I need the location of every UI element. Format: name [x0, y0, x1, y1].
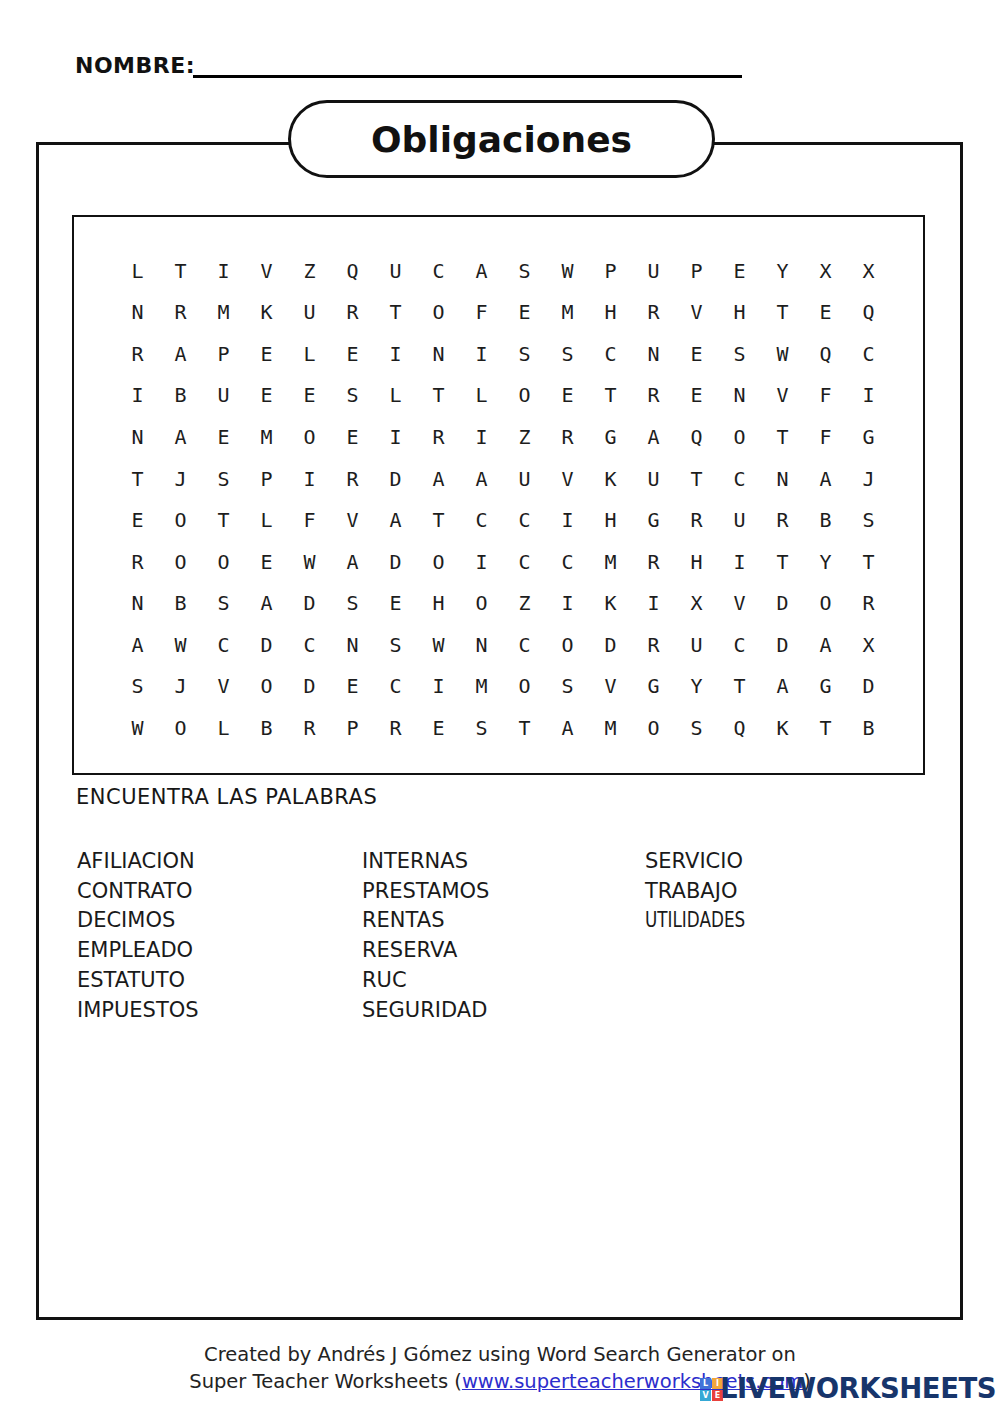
grid-cell-r11c16[interactable]: A — [761, 665, 804, 707]
word-column-2: INTERNASPRESTAMOSRENTASRESERVARUCSEGURID… — [362, 847, 489, 1025]
grid-cell-r10c17[interactable]: A — [804, 624, 847, 666]
grid-cell-r1c7[interactable]: U — [374, 250, 417, 292]
grid-cell-r9c1[interactable]: N — [116, 582, 159, 624]
grid-cell-r1c6[interactable]: Q — [331, 250, 374, 292]
grid-cell-r10c3[interactable]: C — [202, 624, 245, 666]
grid-cell-r10c5[interactable]: C — [288, 624, 331, 666]
grid-cell-r7c5[interactable]: F — [288, 499, 331, 541]
grid-cell-r2c9[interactable]: F — [460, 292, 503, 334]
grid-cell-r7c4[interactable]: L — [245, 499, 288, 541]
grid-cell-r9c7[interactable]: E — [374, 582, 417, 624]
grid-cell-r5c1[interactable]: N — [116, 416, 159, 458]
grid-cell-r11c9[interactable]: M — [460, 665, 503, 707]
grid-cell-r7c8[interactable]: T — [417, 499, 460, 541]
grid-cell-r3c3[interactable]: P — [202, 333, 245, 375]
grid-cell-r10c12[interactable]: D — [589, 624, 632, 666]
credits-line-1: Created by Andrés J Gómez using Word Sea… — [0, 1341, 1000, 1368]
grid-cell-r4c10[interactable]: O — [503, 375, 546, 417]
grid-cell-r7c6[interactable]: V — [331, 499, 374, 541]
grid-cell-r6c6[interactable]: R — [331, 458, 374, 500]
letter-grid: LTIVZQUCASWPUPEYXXNRMKURTOFEMHRVHTEQRAPE… — [116, 250, 890, 749]
grid-cell-r9c15[interactable]: V — [718, 582, 761, 624]
grid-cell-r9c11[interactable]: I — [546, 582, 589, 624]
grid-cell-r2c4[interactable]: K — [245, 292, 288, 334]
liveworksheets-logo: LIVE LIVEWORKSHEETS — [700, 1374, 996, 1402]
grid-cell-r12c14[interactable]: S — [675, 707, 718, 749]
grid-cell-r4c9[interactable]: L — [460, 375, 503, 417]
grid-cell-r12c1[interactable]: W — [116, 707, 159, 749]
grid-cell-r9c3[interactable]: S — [202, 582, 245, 624]
grid-cell-r11c6[interactable]: E — [331, 665, 374, 707]
grid-cell-r4c18[interactable]: I — [847, 375, 890, 417]
grid-cell-r11c13[interactable]: G — [632, 665, 675, 707]
grid-cell-r8c16[interactable]: T — [761, 541, 804, 583]
grid-cell-r9c10[interactable]: Z — [503, 582, 546, 624]
grid-cell-r3c16[interactable]: W — [761, 333, 804, 375]
grid-cell-r2c14[interactable]: V — [675, 292, 718, 334]
grid-cell-r4c2[interactable]: B — [159, 375, 202, 417]
grid-cell-r5c12[interactable]: G — [589, 416, 632, 458]
grid-cell-r7c16[interactable]: R — [761, 499, 804, 541]
grid-cell-r8c8[interactable]: O — [417, 541, 460, 583]
grid-cell-r2c8[interactable]: O — [417, 292, 460, 334]
word-item: INTERNAS — [362, 847, 489, 877]
grid-cell-r6c1[interactable]: T — [116, 458, 159, 500]
grid-cell-r3c8[interactable]: N — [417, 333, 460, 375]
grid-cell-r7c12[interactable]: H — [589, 499, 632, 541]
grid-cell-r3c2[interactable]: A — [159, 333, 202, 375]
grid-cell-r10c11[interactable]: O — [546, 624, 589, 666]
grid-cell-r10c10[interactable]: C — [503, 624, 546, 666]
grid-cell-r4c12[interactable]: T — [589, 375, 632, 417]
grid-cell-r8c11[interactable]: C — [546, 541, 589, 583]
grid-cell-r12c15[interactable]: Q — [718, 707, 761, 749]
grid-cell-r10c1[interactable]: A — [116, 624, 159, 666]
grid-cell-r5c14[interactable]: Q — [675, 416, 718, 458]
grid-cell-r8c14[interactable]: H — [675, 541, 718, 583]
grid-cell-r8c12[interactable]: M — [589, 541, 632, 583]
title-banner: Obligaciones — [288, 100, 715, 178]
grid-cell-r12c16[interactable]: K — [761, 707, 804, 749]
word-item: SEGURIDAD — [362, 996, 489, 1026]
grid-cell-r8c9[interactable]: I — [460, 541, 503, 583]
grid-cell-r6c18[interactable]: J — [847, 458, 890, 500]
grid-cell-r9c8[interactable]: H — [417, 582, 460, 624]
grid-cell-r4c15[interactable]: N — [718, 375, 761, 417]
grid-cell-r2c6[interactable]: R — [331, 292, 374, 334]
grid-cell-r12c9[interactable]: S — [460, 707, 503, 749]
grid-cell-r9c6[interactable]: S — [331, 582, 374, 624]
grid-cell-r2c13[interactable]: R — [632, 292, 675, 334]
grid-cell-r9c5[interactable]: D — [288, 582, 331, 624]
grid-cell-r1c12[interactable]: P — [589, 250, 632, 292]
grid-cell-r5c6[interactable]: E — [331, 416, 374, 458]
grid-cell-r12c3[interactable]: L — [202, 707, 245, 749]
grid-cell-r10c15[interactable]: C — [718, 624, 761, 666]
grid-cell-r3c15[interactable]: S — [718, 333, 761, 375]
grid-cell-r7c17[interactable]: B — [804, 499, 847, 541]
grid-cell-r5c11[interactable]: R — [546, 416, 589, 458]
grid-cell-r2c2[interactable]: R — [159, 292, 202, 334]
grid-cell-r8c13[interactable]: R — [632, 541, 675, 583]
grid-cell-r8c3[interactable]: O — [202, 541, 245, 583]
grid-cell-r2c10[interactable]: E — [503, 292, 546, 334]
grid-cell-r4c14[interactable]: E — [675, 375, 718, 417]
grid-cell-r8c6[interactable]: A — [331, 541, 374, 583]
word-item: PRESTAMOS — [362, 877, 489, 907]
word-item: ESTATUTO — [77, 966, 199, 996]
grid-cell-r4c3[interactable]: U — [202, 375, 245, 417]
grid-cell-r6c4[interactable]: P — [245, 458, 288, 500]
word-item: TRABAJO — [645, 877, 770, 907]
grid-cell-r1c18[interactable]: X — [847, 250, 890, 292]
grid-cell-r8c7[interactable]: D — [374, 541, 417, 583]
grid-cell-r5c2[interactable]: A — [159, 416, 202, 458]
grid-cell-r11c10[interactable]: O — [503, 665, 546, 707]
grid-cell-r6c17[interactable]: A — [804, 458, 847, 500]
grid-cell-r6c8[interactable]: A — [417, 458, 460, 500]
grid-cell-r11c12[interactable]: V — [589, 665, 632, 707]
grid-cell-r12c12[interactable]: M — [589, 707, 632, 749]
grid-cell-r8c1[interactable]: R — [116, 541, 159, 583]
grid-cell-r11c2[interactable]: J — [159, 665, 202, 707]
grid-cell-r10c18[interactable]: X — [847, 624, 890, 666]
grid-cell-r5c10[interactable]: Z — [503, 416, 546, 458]
grid-cell-r4c11[interactable]: E — [546, 375, 589, 417]
grid-cell-r11c8[interactable]: I — [417, 665, 460, 707]
grid-cell-r7c13[interactable]: G — [632, 499, 675, 541]
grid-cell-r9c17[interactable]: O — [804, 582, 847, 624]
grid-cell-r2c11[interactable]: M — [546, 292, 589, 334]
grid-cell-r5c18[interactable]: G — [847, 416, 890, 458]
grid-cell-r10c13[interactable]: R — [632, 624, 675, 666]
grid-cell-r11c18[interactable]: D — [847, 665, 890, 707]
word-item: UTILIDADES — [645, 906, 770, 936]
grid-cell-r7c11[interactable]: I — [546, 499, 589, 541]
logo-square-v: V — [700, 1390, 711, 1401]
grid-cell-r11c11[interactable]: S — [546, 665, 589, 707]
grid-cell-r10c2[interactable]: W — [159, 624, 202, 666]
liveworksheets-wordmark: LIVEWORKSHEETS — [720, 1374, 996, 1402]
grid-cell-r5c15[interactable]: O — [718, 416, 761, 458]
grid-cell-r10c14[interactable]: U — [675, 624, 718, 666]
grid-cell-r5c17[interactable]: F — [804, 416, 847, 458]
grid-cell-r2c3[interactable]: M — [202, 292, 245, 334]
grid-cell-r8c2[interactable]: O — [159, 541, 202, 583]
grid-cell-r4c1[interactable]: I — [116, 375, 159, 417]
word-item: RUC — [362, 966, 489, 996]
grid-cell-r5c5[interactable]: O — [288, 416, 331, 458]
grid-cell-r8c10[interactable]: C — [503, 541, 546, 583]
grid-cell-r7c2[interactable]: O — [159, 499, 202, 541]
grid-cell-r1c16[interactable]: Y — [761, 250, 804, 292]
grid-cell-r3c6[interactable]: E — [331, 333, 374, 375]
grid-cell-r12c11[interactable]: A — [546, 707, 589, 749]
grid-cell-r8c15[interactable]: I — [718, 541, 761, 583]
grid-cell-r7c1[interactable]: E — [116, 499, 159, 541]
grid-cell-r2c18[interactable]: Q — [847, 292, 890, 334]
grid-cell-r3c13[interactable]: N — [632, 333, 675, 375]
grid-cell-r11c5[interactable]: D — [288, 665, 331, 707]
grid-cell-r6c13[interactable]: U — [632, 458, 675, 500]
grid-cell-r1c14[interactable]: P — [675, 250, 718, 292]
word-item: AFILIACION — [77, 847, 199, 877]
grid-cell-r2c15[interactable]: H — [718, 292, 761, 334]
grid-cell-r4c5[interactable]: E — [288, 375, 331, 417]
grid-cell-r6c3[interactable]: S — [202, 458, 245, 500]
grid-cell-r5c9[interactable]: I — [460, 416, 503, 458]
grid-cell-r10c7[interactable]: S — [374, 624, 417, 666]
grid-cell-r11c1[interactable]: S — [116, 665, 159, 707]
word-column-1: AFILIACIONCONTRATODECIMOSEMPLEADOESTATUT… — [77, 847, 199, 1025]
grid-cell-r6c15[interactable]: C — [718, 458, 761, 500]
grid-cell-r9c9[interactable]: O — [460, 582, 503, 624]
grid-cell-r9c16[interactable]: D — [761, 582, 804, 624]
grid-cell-r9c2[interactable]: B — [159, 582, 202, 624]
grid-cell-r4c8[interactable]: T — [417, 375, 460, 417]
word-item: CONTRATO — [77, 877, 199, 907]
grid-cell-r6c2[interactable]: J — [159, 458, 202, 500]
word-item: EMPLEADO — [77, 936, 199, 966]
grid-cell-r12c13[interactable]: O — [632, 707, 675, 749]
grid-cell-r8c5[interactable]: W — [288, 541, 331, 583]
grid-cell-r1c1[interactable]: L — [116, 250, 159, 292]
grid-cell-r5c8[interactable]: R — [417, 416, 460, 458]
grid-cell-r6c7[interactable]: D — [374, 458, 417, 500]
grid-cell-r1c4[interactable]: V — [245, 250, 288, 292]
grid-cell-r9c13[interactable]: I — [632, 582, 675, 624]
grid-cell-r7c18[interactable]: S — [847, 499, 890, 541]
grid-cell-r7c14[interactable]: R — [675, 499, 718, 541]
grid-cell-r3c5[interactable]: L — [288, 333, 331, 375]
grid-cell-r1c15[interactable]: E — [718, 250, 761, 292]
grid-cell-r7c9[interactable]: C — [460, 499, 503, 541]
grid-cell-r12c7[interactable]: R — [374, 707, 417, 749]
grid-cell-r1c9[interactable]: A — [460, 250, 503, 292]
word-item: RESERVA — [362, 936, 489, 966]
grid-cell-r2c16[interactable]: T — [761, 292, 804, 334]
grid-cell-r9c4[interactable]: A — [245, 582, 288, 624]
grid-cell-r1c13[interactable]: U — [632, 250, 675, 292]
grid-cell-r3c11[interactable]: S — [546, 333, 589, 375]
grid-cell-r12c18[interactable]: B — [847, 707, 890, 749]
grid-cell-r2c17[interactable]: E — [804, 292, 847, 334]
word-item: DECIMOS — [77, 906, 199, 936]
grid-cell-r10c6[interactable]: N — [331, 624, 374, 666]
grid-cell-r9c12[interactable]: K — [589, 582, 632, 624]
grid-cell-r1c3[interactable]: I — [202, 250, 245, 292]
grid-cell-r12c17[interactable]: T — [804, 707, 847, 749]
word-column-3: SERVICIOTRABAJOUTILIDADES — [645, 847, 770, 936]
grid-cell-r10c4[interactable]: D — [245, 624, 288, 666]
grid-cell-r3c7[interactable]: I — [374, 333, 417, 375]
instructions-label: ENCUENTRA LAS PALABRAS — [76, 785, 377, 809]
grid-cell-r3c18[interactable]: C — [847, 333, 890, 375]
grid-cell-r11c3[interactable]: V — [202, 665, 245, 707]
grid-cell-r8c18[interactable]: T — [847, 541, 890, 583]
grid-cell-r11c4[interactable]: O — [245, 665, 288, 707]
grid-cell-r7c3[interactable]: T — [202, 499, 245, 541]
grid-cell-r11c7[interactable]: C — [374, 665, 417, 707]
grid-cell-r6c9[interactable]: A — [460, 458, 503, 500]
grid-cell-r7c15[interactable]: U — [718, 499, 761, 541]
grid-cell-r3c12[interactable]: C — [589, 333, 632, 375]
grid-cell-r6c12[interactable]: K — [589, 458, 632, 500]
grid-cell-r12c2[interactable]: O — [159, 707, 202, 749]
grid-cell-r11c17[interactable]: G — [804, 665, 847, 707]
grid-cell-r1c10[interactable]: S — [503, 250, 546, 292]
grid-cell-r5c7[interactable]: I — [374, 416, 417, 458]
grid-cell-r7c10[interactable]: C — [503, 499, 546, 541]
name-label: NOMBRE: — [75, 53, 195, 78]
logo-square-l: L — [700, 1378, 711, 1389]
page-title: Obligaciones — [371, 119, 632, 160]
word-item: RENTAS — [362, 906, 489, 936]
grid-cell-r7c7[interactable]: A — [374, 499, 417, 541]
grid-cell-r6c10[interactable]: U — [503, 458, 546, 500]
grid-cell-r12c5[interactable]: R — [288, 707, 331, 749]
grid-cell-r10c9[interactable]: N — [460, 624, 503, 666]
grid-cell-r3c17[interactable]: Q — [804, 333, 847, 375]
grid-cell-r1c5[interactable]: Z — [288, 250, 331, 292]
grid-cell-r3c4[interactable]: E — [245, 333, 288, 375]
grid-cell-r4c6[interactable]: S — [331, 375, 374, 417]
grid-cell-r3c10[interactable]: S — [503, 333, 546, 375]
grid-cell-r10c16[interactable]: D — [761, 624, 804, 666]
grid-cell-r6c11[interactable]: V — [546, 458, 589, 500]
grid-cell-r1c11[interactable]: W — [546, 250, 589, 292]
grid-cell-r1c8[interactable]: C — [417, 250, 460, 292]
grid-cell-r5c16[interactable]: T — [761, 416, 804, 458]
grid-cell-r6c16[interactable]: N — [761, 458, 804, 500]
grid-cell-r9c14[interactable]: X — [675, 582, 718, 624]
grid-cell-r5c3[interactable]: E — [202, 416, 245, 458]
grid-cell-r1c2[interactable]: T — [159, 250, 202, 292]
grid-cell-r2c5[interactable]: U — [288, 292, 331, 334]
grid-cell-r2c7[interactable]: T — [374, 292, 417, 334]
grid-cell-r12c8[interactable]: E — [417, 707, 460, 749]
grid-cell-r4c16[interactable]: V — [761, 375, 804, 417]
word-item: IMPUESTOS — [77, 996, 199, 1026]
grid-cell-r5c13[interactable]: A — [632, 416, 675, 458]
grid-cell-r11c15[interactable]: T — [718, 665, 761, 707]
grid-cell-r3c9[interactable]: I — [460, 333, 503, 375]
grid-cell-r12c10[interactable]: T — [503, 707, 546, 749]
grid-cell-r3c1[interactable]: R — [116, 333, 159, 375]
grid-cell-r10c8[interactable]: W — [417, 624, 460, 666]
grid-cell-r4c17[interactable]: F — [804, 375, 847, 417]
name-blank-line — [193, 75, 742, 78]
grid-cell-r3c14[interactable]: E — [675, 333, 718, 375]
grid-cell-r11c14[interactable]: Y — [675, 665, 718, 707]
grid-cell-r6c14[interactable]: T — [675, 458, 718, 500]
grid-cell-r1c17[interactable]: X — [804, 250, 847, 292]
grid-cell-r2c12[interactable]: H — [589, 292, 632, 334]
grid-cell-r8c4[interactable]: E — [245, 541, 288, 583]
grid-cell-r5c4[interactable]: M — [245, 416, 288, 458]
grid-cell-r12c6[interactable]: P — [331, 707, 374, 749]
grid-cell-r4c13[interactable]: R — [632, 375, 675, 417]
grid-cell-r4c7[interactable]: L — [374, 375, 417, 417]
grid-cell-r9c18[interactable]: R — [847, 582, 890, 624]
grid-cell-r6c5[interactable]: I — [288, 458, 331, 500]
word-item: SERVICIO — [645, 847, 770, 877]
grid-cell-r12c4[interactable]: B — [245, 707, 288, 749]
grid-cell-r8c17[interactable]: Y — [804, 541, 847, 583]
grid-cell-r2c1[interactable]: N — [116, 292, 159, 334]
grid-cell-r4c4[interactable]: E — [245, 375, 288, 417]
